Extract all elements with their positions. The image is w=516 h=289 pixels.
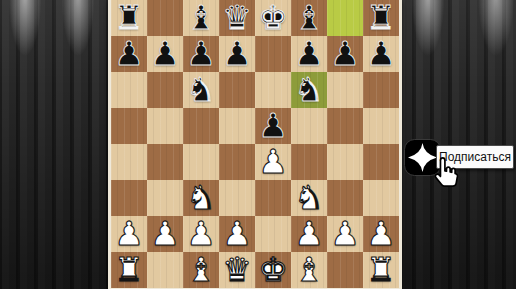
square-f1[interactable]: ♝ [291, 252, 327, 288]
square-a2[interactable]: ♟ [111, 216, 147, 252]
white-bishop-c1[interactable]: ♝ [186, 252, 216, 288]
square-d2[interactable]: ♟ [219, 216, 255, 252]
square-f6[interactable]: ♞ [291, 72, 327, 108]
square-d7[interactable]: ♟ [219, 36, 255, 72]
square-g2[interactable]: ♟ [327, 216, 363, 252]
white-pawn-c2[interactable]: ♟ [186, 216, 216, 252]
black-pawn-a7[interactable]: ♟ [114, 36, 144, 72]
black-rook-a8[interactable]: ♜ [114, 0, 144, 36]
black-king-e8[interactable]: ♚ [258, 0, 288, 36]
white-rook-h1[interactable]: ♜ [366, 252, 396, 288]
square-a3[interactable] [111, 180, 147, 216]
square-e8[interactable]: ♚ [255, 0, 291, 36]
square-e1[interactable]: ♚ [255, 252, 291, 288]
square-e7[interactable] [255, 36, 291, 72]
square-b6[interactable] [147, 72, 183, 108]
black-knight-f6[interactable]: ♞ [294, 72, 324, 108]
black-bishop-f8[interactable]: ♝ [294, 0, 324, 36]
square-h6[interactable] [363, 72, 399, 108]
black-pawn-h7[interactable]: ♟ [366, 36, 396, 72]
square-h7[interactable]: ♟ [363, 36, 399, 72]
black-pawn-g7[interactable]: ♟ [330, 36, 360, 72]
black-bishop-c8[interactable]: ♝ [186, 0, 216, 36]
square-g3[interactable] [327, 180, 363, 216]
white-pawn-h2[interactable]: ♟ [366, 216, 396, 252]
square-c5[interactable] [183, 108, 219, 144]
square-g8[interactable] [327, 0, 363, 36]
square-g1[interactable] [327, 252, 363, 288]
square-f7[interactable]: ♟ [291, 36, 327, 72]
square-h5[interactable] [363, 108, 399, 144]
square-h3[interactable] [363, 180, 399, 216]
square-e4[interactable]: ♟ [255, 144, 291, 180]
video-frame: ♜♝♛♚♝♜♟♟♟♟♟♟♟♞♞♟♟♞♞♟♟♟♟♟♟♟♜♝♛♚♝♜ Подписа… [0, 0, 516, 289]
square-b8[interactable] [147, 0, 183, 36]
square-a7[interactable]: ♟ [111, 36, 147, 72]
square-f3[interactable]: ♞ [291, 180, 327, 216]
chess-board-frame: ♜♝♛♚♝♜♟♟♟♟♟♟♟♞♞♟♟♞♞♟♟♟♟♟♟♟♜♝♛♚♝♜ [108, 0, 402, 289]
square-a1[interactable]: ♜ [111, 252, 147, 288]
square-c6[interactable]: ♞ [183, 72, 219, 108]
square-b5[interactable] [147, 108, 183, 144]
black-pawn-e5[interactable]: ♟ [258, 108, 288, 144]
square-e3[interactable] [255, 180, 291, 216]
black-pawn-b7[interactable]: ♟ [150, 36, 180, 72]
white-pawn-b2[interactable]: ♟ [150, 216, 180, 252]
square-c8[interactable]: ♝ [183, 0, 219, 36]
square-d5[interactable] [219, 108, 255, 144]
square-e2[interactable] [255, 216, 291, 252]
square-h8[interactable]: ♜ [363, 0, 399, 36]
square-d4[interactable] [219, 144, 255, 180]
square-f2[interactable]: ♟ [291, 216, 327, 252]
square-a4[interactable] [111, 144, 147, 180]
square-c1[interactable]: ♝ [183, 252, 219, 288]
black-pawn-f7[interactable]: ♟ [294, 36, 324, 72]
square-c7[interactable]: ♟ [183, 36, 219, 72]
square-b1[interactable] [147, 252, 183, 288]
square-b7[interactable]: ♟ [147, 36, 183, 72]
white-knight-c3[interactable]: ♞ [186, 180, 216, 216]
white-rook-a1[interactable]: ♜ [114, 252, 144, 288]
white-pawn-e4[interactable]: ♟ [258, 144, 288, 180]
white-bishop-f1[interactable]: ♝ [294, 252, 324, 288]
square-h1[interactable]: ♜ [363, 252, 399, 288]
square-c4[interactable] [183, 144, 219, 180]
square-e6[interactable] [255, 72, 291, 108]
square-d6[interactable] [219, 72, 255, 108]
black-pawn-d7[interactable]: ♟ [222, 36, 252, 72]
chess-board[interactable]: ♜♝♛♚♝♜♟♟♟♟♟♟♟♞♞♟♟♞♞♟♟♟♟♟♟♟♜♝♛♚♝♜ [111, 0, 399, 288]
square-f4[interactable] [291, 144, 327, 180]
white-pawn-f2[interactable]: ♟ [294, 216, 324, 252]
white-pawn-a2[interactable]: ♟ [114, 216, 144, 252]
white-pawn-d2[interactable]: ♟ [222, 216, 252, 252]
square-g4[interactable] [327, 144, 363, 180]
white-queen-d1[interactable]: ♛ [222, 252, 252, 288]
square-c3[interactable]: ♞ [183, 180, 219, 216]
square-g7[interactable]: ♟ [327, 36, 363, 72]
black-queen-d8[interactable]: ♛ [222, 0, 252, 36]
white-king-e1[interactable]: ♚ [258, 252, 288, 288]
black-knight-c6[interactable]: ♞ [186, 72, 216, 108]
white-pawn-g2[interactable]: ♟ [330, 216, 360, 252]
square-d1[interactable]: ♛ [219, 252, 255, 288]
square-f8[interactable]: ♝ [291, 0, 327, 36]
square-f5[interactable] [291, 108, 327, 144]
square-d3[interactable] [219, 180, 255, 216]
square-b2[interactable]: ♟ [147, 216, 183, 252]
white-knight-f3[interactable]: ♞ [294, 180, 324, 216]
square-a6[interactable] [111, 72, 147, 108]
square-e5[interactable]: ♟ [255, 108, 291, 144]
hand-cursor-icon [428, 157, 460, 191]
square-d8[interactable]: ♛ [219, 0, 255, 36]
square-h2[interactable]: ♟ [363, 216, 399, 252]
square-g6[interactable] [327, 72, 363, 108]
square-c2[interactable]: ♟ [183, 216, 219, 252]
square-a5[interactable] [111, 108, 147, 144]
square-b4[interactable] [147, 144, 183, 180]
square-h4[interactable] [363, 144, 399, 180]
black-rook-h8[interactable]: ♜ [366, 0, 396, 36]
square-b3[interactable] [147, 180, 183, 216]
square-a8[interactable]: ♜ [111, 0, 147, 36]
black-pawn-c7[interactable]: ♟ [186, 36, 216, 72]
square-g5[interactable] [327, 108, 363, 144]
